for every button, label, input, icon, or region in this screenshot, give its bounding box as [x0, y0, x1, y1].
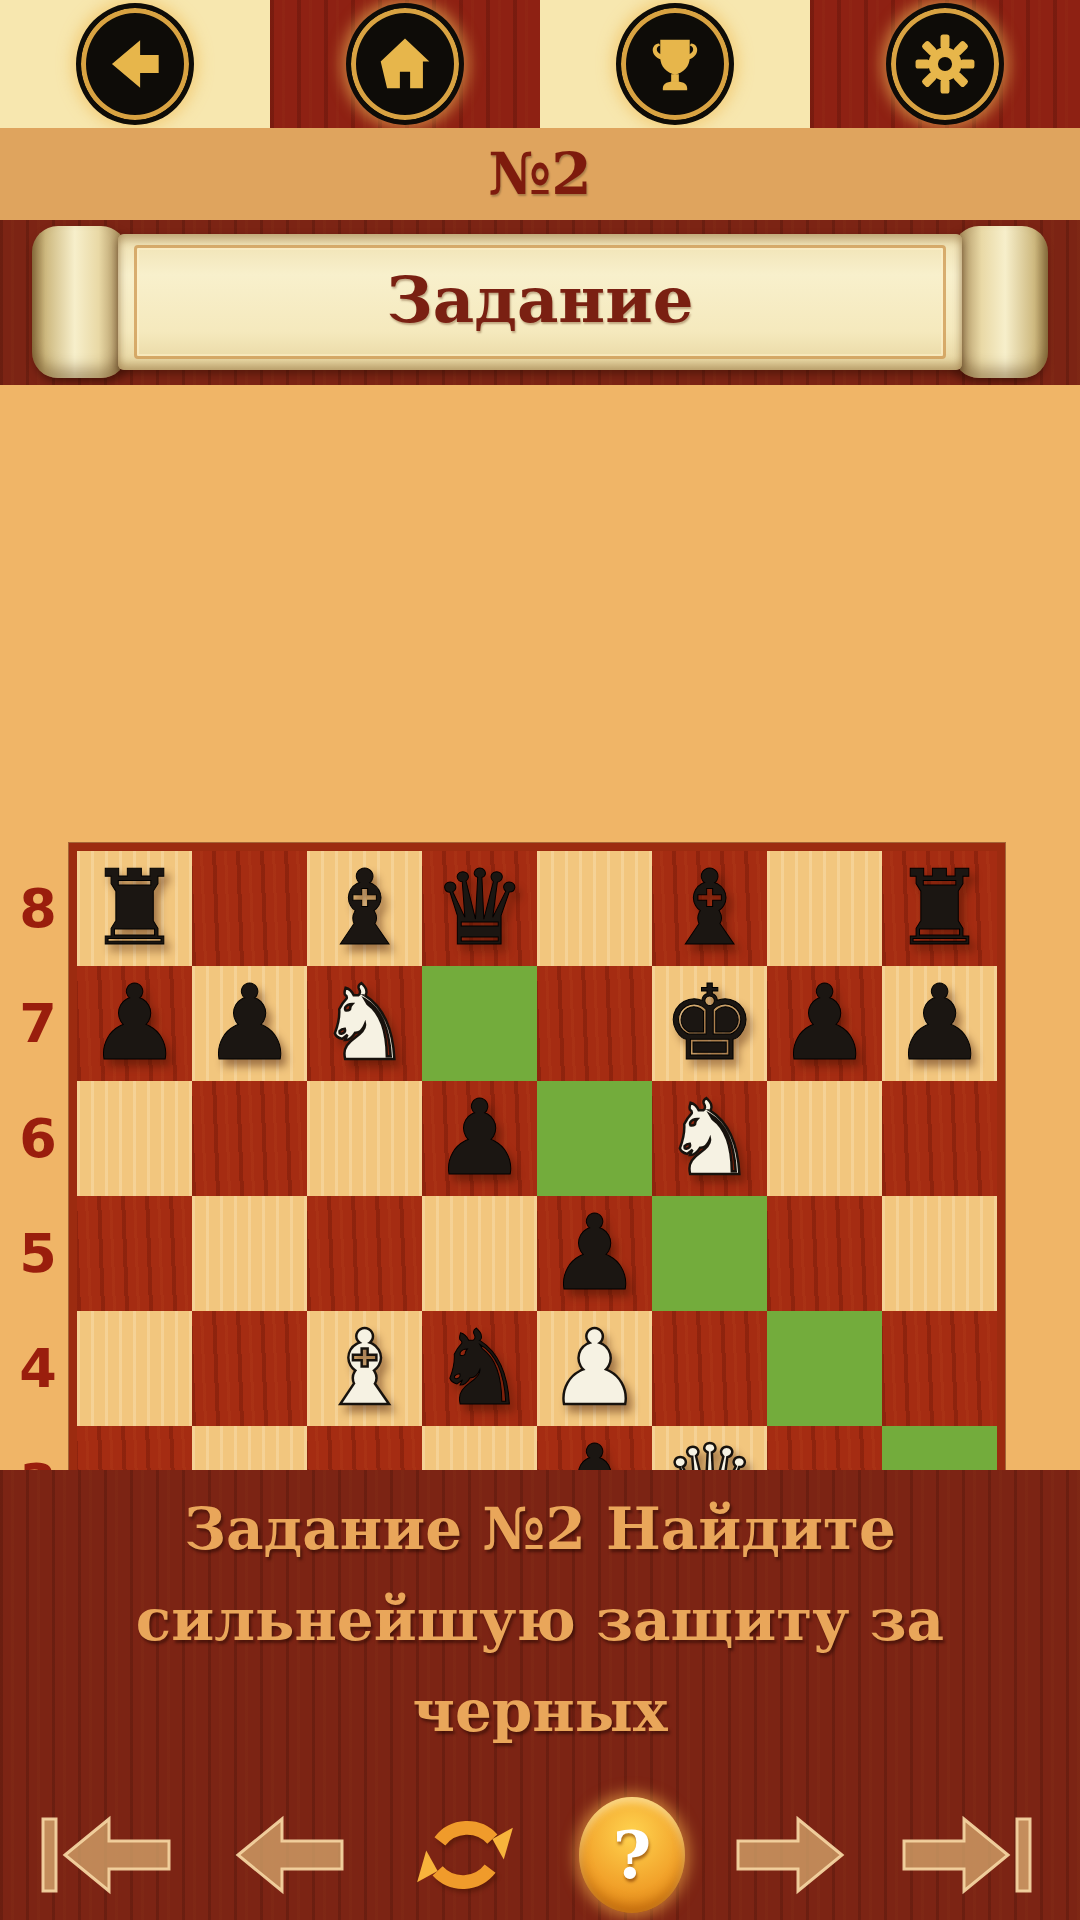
home-button[interactable] — [346, 3, 464, 125]
square-d8[interactable]: ♛ — [422, 851, 537, 966]
square-a5[interactable] — [77, 1196, 192, 1311]
app-screen: №2 Задание 87654321 ♜♝♛♝♜♟♟♞♚♟♟♟♞♟♝♞♟♟♛♟… — [0, 0, 1080, 1920]
prev-puzzle-button[interactable] — [232, 1805, 348, 1905]
rank-label-6: 6 — [10, 1081, 66, 1196]
black-rook-a8[interactable]: ♜ — [88, 851, 181, 966]
square-e6[interactable] — [537, 1081, 652, 1196]
square-d5[interactable] — [422, 1196, 537, 1311]
square-f7[interactable]: ♚ — [652, 966, 767, 1081]
square-e8[interactable] — [537, 851, 652, 966]
bottom-nav: ? — [0, 1795, 1080, 1915]
white-pawn-e4[interactable]: ♟ — [548, 1311, 641, 1426]
restart-button[interactable] — [408, 1795, 522, 1915]
first-puzzle-button[interactable] — [41, 1805, 175, 1905]
square-h5[interactable] — [882, 1196, 997, 1311]
square-d4[interactable]: ♞ — [422, 1311, 537, 1426]
scroll-roll-left — [32, 226, 127, 378]
next-icon — [732, 1805, 848, 1905]
square-f5[interactable] — [652, 1196, 767, 1311]
puzzle-number-band: №2 — [0, 128, 1080, 220]
settings-button[interactable] — [886, 3, 1004, 125]
black-rook-h8[interactable]: ♜ — [893, 851, 986, 966]
next-puzzle-button[interactable] — [732, 1805, 848, 1905]
task-text-line: сильнейшую защиту за — [0, 1575, 1080, 1666]
square-b7[interactable]: ♟ — [192, 966, 307, 1081]
square-a8[interactable]: ♜ — [77, 851, 192, 966]
back-arrow-icon — [103, 32, 167, 96]
board-panel: 87654321 ♜♝♛♝♜♟♟♞♚♟♟♟♞♟♝♞♟♟♛♟♟♟♟♟♟♜♚♜ AB… — [0, 385, 1080, 1470]
square-c4[interactable]: ♝ — [307, 1311, 422, 1426]
square-d6[interactable]: ♟ — [422, 1081, 537, 1196]
scroll-roll-right — [953, 226, 1048, 378]
prev-icon — [232, 1805, 348, 1905]
white-knight-f6[interactable]: ♞ — [663, 1081, 756, 1196]
square-c6[interactable] — [307, 1081, 422, 1196]
rank-label-7: 7 — [10, 966, 66, 1081]
rank-label-8: 8 — [10, 851, 66, 966]
white-knight-c7[interactable]: ♞ — [318, 966, 411, 1081]
black-king-f7[interactable]: ♚ — [663, 966, 756, 1081]
black-pawn-e5[interactable]: ♟ — [548, 1196, 641, 1311]
home-icon — [373, 32, 437, 96]
square-e7[interactable] — [537, 966, 652, 1081]
scroll-banner: Задание — [118, 234, 962, 370]
rank-label-4: 4 — [10, 1311, 66, 1426]
square-a7[interactable]: ♟ — [77, 966, 192, 1081]
black-pawn-h7[interactable]: ♟ — [893, 966, 986, 1081]
square-c8[interactable]: ♝ — [307, 851, 422, 966]
square-d7[interactable] — [422, 966, 537, 1081]
task-text-line: черных — [0, 1666, 1080, 1757]
black-knight-d4[interactable]: ♞ — [433, 1311, 526, 1426]
black-bishop-f8[interactable]: ♝ — [663, 851, 756, 966]
topbar-cell — [0, 0, 270, 128]
top-bar — [0, 0, 1080, 128]
square-g6[interactable] — [767, 1081, 882, 1196]
square-b5[interactable] — [192, 1196, 307, 1311]
black-pawn-g7[interactable]: ♟ — [778, 966, 871, 1081]
square-g8[interactable] — [767, 851, 882, 966]
banner-title: Задание — [118, 234, 962, 370]
first-icon — [41, 1805, 175, 1905]
black-queen-d8[interactable]: ♛ — [433, 851, 526, 966]
gear-icon — [913, 32, 977, 96]
trophy-icon — [643, 32, 707, 96]
last-icon — [898, 1805, 1032, 1905]
task-text-line: Задание №2 Найдите — [0, 1484, 1080, 1575]
square-g4[interactable] — [767, 1311, 882, 1426]
white-bishop-c4[interactable]: ♝ — [318, 1311, 411, 1426]
square-b8[interactable] — [192, 851, 307, 966]
square-a4[interactable] — [77, 1311, 192, 1426]
topbar-cell — [270, 0, 540, 128]
square-h6[interactable] — [882, 1081, 997, 1196]
square-e4[interactable]: ♟ — [537, 1311, 652, 1426]
square-h8[interactable]: ♜ — [882, 851, 997, 966]
square-e5[interactable]: ♟ — [537, 1196, 652, 1311]
square-f8[interactable]: ♝ — [652, 851, 767, 966]
puzzle-number: №2 — [488, 140, 591, 208]
trophy-button[interactable] — [616, 3, 734, 125]
help-button[interactable]: ? — [579, 1797, 685, 1913]
square-g7[interactable]: ♟ — [767, 966, 882, 1081]
square-b4[interactable] — [192, 1311, 307, 1426]
rank-label-5: 5 — [10, 1196, 66, 1311]
square-a6[interactable] — [77, 1081, 192, 1196]
square-g5[interactable] — [767, 1196, 882, 1311]
last-puzzle-button[interactable] — [898, 1805, 1032, 1905]
square-c7[interactable]: ♞ — [307, 966, 422, 1081]
question-mark-icon: ? — [613, 1816, 652, 1894]
square-b6[interactable] — [192, 1081, 307, 1196]
black-pawn-b7[interactable]: ♟ — [203, 966, 296, 1081]
refresh-icon — [408, 1795, 522, 1915]
topbar-cell — [540, 0, 810, 128]
square-h4[interactable] — [882, 1311, 997, 1426]
square-f6[interactable]: ♞ — [652, 1081, 767, 1196]
square-f4[interactable] — [652, 1311, 767, 1426]
black-pawn-a7[interactable]: ♟ — [88, 966, 181, 1081]
square-c5[interactable] — [307, 1196, 422, 1311]
black-pawn-d6[interactable]: ♟ — [433, 1081, 526, 1196]
square-h7[interactable]: ♟ — [882, 966, 997, 1081]
task-text: Задание №2 Найдитесильнейшую защиту заче… — [0, 1484, 1080, 1757]
topbar-cell — [810, 0, 1080, 128]
back-button[interactable] — [76, 3, 194, 125]
banner-strip: Задание — [0, 220, 1080, 385]
black-bishop-c8[interactable]: ♝ — [318, 851, 411, 966]
